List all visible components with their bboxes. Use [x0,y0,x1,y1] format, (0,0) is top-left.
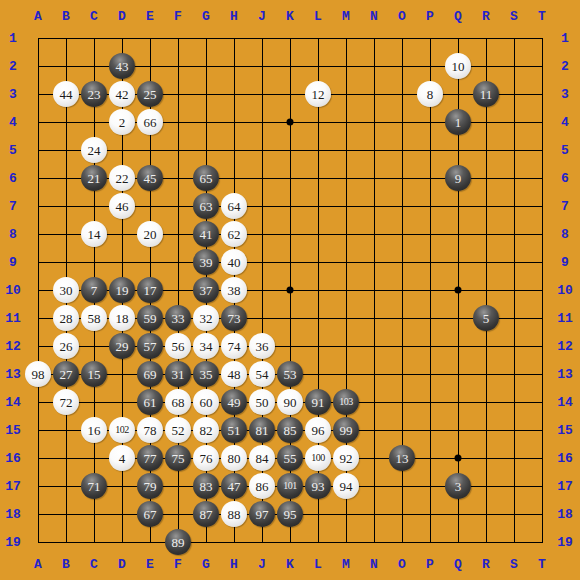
stone-j16: 84 [249,445,275,471]
column-label-top-h: H [230,10,238,23]
column-label-top-k: K [286,10,294,23]
column-label-bottom-d: D [118,558,126,571]
row-label-right-6: 6 [561,172,569,185]
stone-g7: 63 [193,193,219,219]
row-label-left-16: 16 [5,452,21,465]
stone-c3: 23 [81,81,107,107]
stone-d7: 46 [109,193,135,219]
stone-e3: 25 [137,81,163,107]
stone-d10: 19 [109,277,135,303]
column-label-top-l: L [314,10,322,23]
stone-r3: 11 [473,81,499,107]
column-label-top-c: C [90,10,98,23]
stone-h16: 80 [221,445,247,471]
row-label-left-15: 15 [5,424,21,437]
row-label-left-17: 17 [5,480,21,493]
stone-h15: 51 [221,417,247,443]
stone-k15: 85 [277,417,303,443]
stone-b13: 27 [53,361,79,387]
column-label-top-e: E [146,10,154,23]
row-label-right-17: 17 [557,480,573,493]
column-label-top-s: S [510,10,518,23]
column-label-bottom-l: L [314,558,322,571]
stone-e12: 57 [137,333,163,359]
stone-h7: 64 [221,193,247,219]
column-label-bottom-j: J [258,558,266,571]
column-label-bottom-e: E [146,558,154,571]
stone-m15: 99 [333,417,359,443]
stone-g6: 65 [193,165,219,191]
stone-l3: 12 [305,81,331,107]
row-label-right-10: 10 [557,284,573,297]
stone-r11: 5 [473,305,499,331]
stone-j18: 97 [249,501,275,527]
stone-p3: 8 [417,81,443,107]
stone-l17: 93 [305,473,331,499]
stone-l14: 91 [305,389,331,415]
star-point-k10 [287,287,294,294]
column-label-top-f: F [174,10,182,23]
stone-g18: 87 [193,501,219,527]
column-label-bottom-t: T [538,558,546,571]
stone-d12: 29 [109,333,135,359]
stone-f19: 89 [165,529,191,555]
column-label-bottom-k: K [286,558,294,571]
stone-d15: 102 [109,417,135,443]
stone-e13: 69 [137,361,163,387]
stone-g16: 76 [193,445,219,471]
stone-j13: 54 [249,361,275,387]
stone-b12: 26 [53,333,79,359]
row-label-left-3: 3 [9,88,17,101]
star-point-q10 [455,287,462,294]
stone-d3: 42 [109,81,135,107]
column-label-bottom-o: O [398,558,406,571]
column-label-bottom-c: C [90,558,98,571]
row-label-left-18: 18 [5,508,21,521]
go-kifu-diagram: AABBCCDDEEFFGGHHJJKKLLMMNNOOPPQQRRSSTT11… [0,0,580,580]
row-label-right-9: 9 [561,256,569,269]
stone-d11: 18 [109,305,135,331]
stone-d4: 2 [109,109,135,135]
star-point-k4 [287,119,294,126]
row-label-left-8: 8 [9,228,17,241]
row-label-right-11: 11 [557,312,573,325]
row-label-right-18: 18 [557,508,573,521]
column-label-top-m: M [342,10,350,23]
row-label-right-8: 8 [561,228,569,241]
row-label-right-13: 13 [557,368,573,381]
stone-e15: 78 [137,417,163,443]
stone-h11: 73 [221,305,247,331]
stone-k13: 53 [277,361,303,387]
column-label-bottom-f: F [174,558,182,571]
stone-m17: 94 [333,473,359,499]
stone-k16: 55 [277,445,303,471]
stone-c15: 16 [81,417,107,443]
stone-c17: 71 [81,473,107,499]
stone-l15: 96 [305,417,331,443]
stone-l16: 100 [305,445,331,471]
stone-h18: 88 [221,501,247,527]
stone-e6: 45 [137,165,163,191]
column-label-top-a: A [34,10,42,23]
stone-f12: 56 [165,333,191,359]
column-label-bottom-h: H [230,558,238,571]
row-label-right-14: 14 [557,396,573,409]
stone-a13: 98 [25,361,51,387]
stone-g9: 39 [193,249,219,275]
stone-k17: 101 [277,473,303,499]
stone-q4: 1 [445,109,471,135]
stone-f11: 33 [165,305,191,331]
stone-d16: 4 [109,445,135,471]
stone-b11: 28 [53,305,79,331]
stone-m14: 103 [333,389,359,415]
stone-g11: 32 [193,305,219,331]
stone-j15: 81 [249,417,275,443]
row-label-right-15: 15 [557,424,573,437]
column-label-top-n: N [370,10,378,23]
stone-j12: 36 [249,333,275,359]
star-point-q16 [455,455,462,462]
column-label-bottom-q: Q [454,558,462,571]
stone-b14: 72 [53,389,79,415]
stone-g17: 83 [193,473,219,499]
stone-j14: 50 [249,389,275,415]
row-label-right-19: 19 [557,536,573,549]
column-label-top-r: R [482,10,490,23]
row-label-left-13: 13 [5,368,21,381]
column-label-bottom-b: B [62,558,70,571]
row-label-left-2: 2 [9,60,17,73]
stone-h10: 38 [221,277,247,303]
stone-k14: 90 [277,389,303,415]
column-label-top-t: T [538,10,546,23]
stone-f13: 31 [165,361,191,387]
row-label-right-5: 5 [561,144,569,157]
stone-h12: 74 [221,333,247,359]
column-label-top-b: B [62,10,70,23]
stone-g14: 60 [193,389,219,415]
row-label-left-19: 19 [5,536,21,549]
column-label-top-j: J [258,10,266,23]
stone-q17: 3 [445,473,471,499]
column-label-top-q: Q [454,10,462,23]
row-label-left-9: 9 [9,256,17,269]
column-label-top-g: G [202,10,210,23]
row-label-left-11: 11 [5,312,21,325]
stone-f16: 75 [165,445,191,471]
stone-e10: 17 [137,277,163,303]
stone-c11: 58 [81,305,107,331]
column-label-bottom-r: R [482,558,490,571]
stone-f15: 52 [165,417,191,443]
stone-k18: 95 [277,501,303,527]
stone-o16: 13 [389,445,415,471]
column-label-bottom-p: P [426,558,434,571]
column-label-top-o: O [398,10,406,23]
stone-e4: 66 [137,109,163,135]
stone-h8: 62 [221,221,247,247]
stone-g12: 34 [193,333,219,359]
column-label-bottom-g: G [202,558,210,571]
column-label-bottom-m: M [342,558,350,571]
stone-g8: 41 [193,221,219,247]
stone-e18: 67 [137,501,163,527]
stone-e17: 79 [137,473,163,499]
stone-b10: 30 [53,277,79,303]
stone-q2: 10 [445,53,471,79]
row-label-right-4: 4 [561,116,569,129]
stone-e8: 20 [137,221,163,247]
row-label-right-3: 3 [561,88,569,101]
row-label-right-7: 7 [561,200,569,213]
stone-h9: 40 [221,249,247,275]
row-label-right-2: 2 [561,60,569,73]
stone-c13: 15 [81,361,107,387]
row-label-right-16: 16 [557,452,573,465]
column-label-bottom-a: A [34,558,42,571]
row-label-left-10: 10 [5,284,21,297]
stone-e11: 59 [137,305,163,331]
stone-c10: 7 [81,277,107,303]
row-label-left-7: 7 [9,200,17,213]
stone-e14: 61 [137,389,163,415]
stone-g13: 35 [193,361,219,387]
stone-c6: 21 [81,165,107,191]
stone-b3: 44 [53,81,79,107]
row-label-left-12: 12 [5,340,21,353]
stone-c5: 24 [81,137,107,163]
column-label-bottom-n: N [370,558,378,571]
stone-d2: 43 [109,53,135,79]
stone-c8: 14 [81,221,107,247]
stone-j17: 86 [249,473,275,499]
row-label-left-1: 1 [9,32,17,45]
stone-q6: 9 [445,165,471,191]
row-label-left-6: 6 [9,172,17,185]
column-label-bottom-s: S [510,558,518,571]
stone-h14: 49 [221,389,247,415]
row-label-right-1: 1 [561,32,569,45]
stone-m16: 92 [333,445,359,471]
stone-g10: 37 [193,277,219,303]
stone-h13: 48 [221,361,247,387]
row-label-left-5: 5 [9,144,17,157]
row-label-left-4: 4 [9,116,17,129]
stone-g15: 82 [193,417,219,443]
stone-h17: 47 [221,473,247,499]
stone-d6: 22 [109,165,135,191]
row-label-right-12: 12 [557,340,573,353]
stone-f14: 68 [165,389,191,415]
row-label-left-14: 14 [5,396,21,409]
column-label-top-d: D [118,10,126,23]
stone-e16: 77 [137,445,163,471]
column-label-top-p: P [426,10,434,23]
